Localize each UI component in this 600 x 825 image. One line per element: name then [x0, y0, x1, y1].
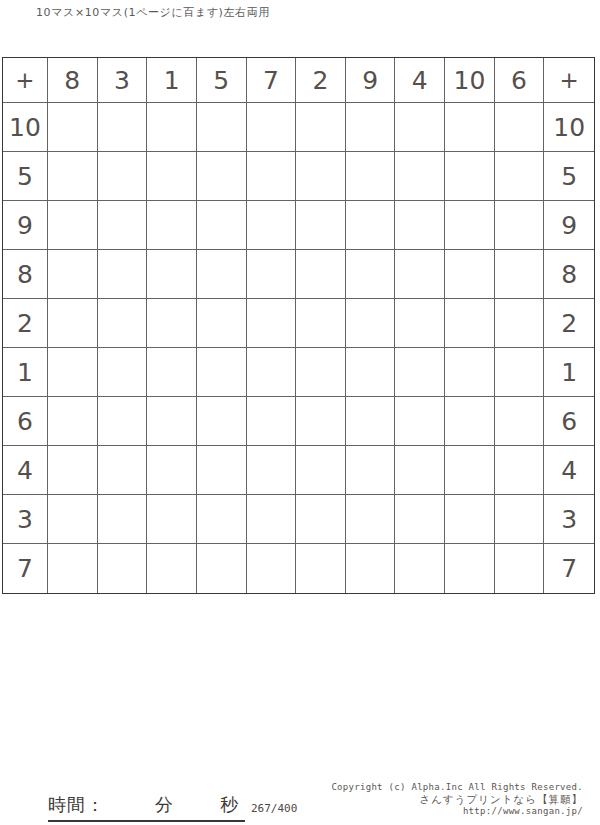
operator-cell: +	[3, 58, 48, 103]
top-operand-cell: 9	[346, 58, 396, 103]
answer-cell	[445, 299, 495, 348]
answer-cell	[296, 446, 346, 495]
right-operand-cell: 4	[544, 446, 594, 495]
answer-cell	[197, 250, 247, 299]
top-operand-cell: 4	[395, 58, 445, 103]
answer-cell	[445, 397, 495, 446]
answer-cell	[147, 348, 197, 397]
answer-cell	[48, 544, 98, 593]
answer-cell	[495, 103, 545, 152]
answer-cell	[495, 348, 545, 397]
left-operand-cell: 6	[3, 397, 48, 446]
right-operand-cell: 2	[544, 299, 594, 348]
seconds-label: 秒	[220, 794, 239, 815]
answer-cell	[98, 250, 148, 299]
top-operand-cell: 6	[495, 58, 545, 103]
left-operand-cell: 2	[3, 299, 48, 348]
copyright-block: Copyright (c) Alpha.Inc All Rights Reser…	[331, 781, 583, 817]
top-operand-cell: 2	[296, 58, 346, 103]
answer-cell	[395, 201, 445, 250]
answer-cell	[247, 201, 297, 250]
answer-cell	[445, 152, 495, 201]
answer-cell	[98, 152, 148, 201]
top-operand-cell: 7	[247, 58, 297, 103]
answer-cell	[247, 397, 297, 446]
minutes-label: 分	[155, 794, 174, 815]
right-operand-cell: 6	[544, 397, 594, 446]
answer-cell	[495, 201, 545, 250]
answer-cell	[495, 446, 545, 495]
answer-cell	[147, 201, 197, 250]
answer-cell	[48, 103, 98, 152]
answer-cell	[197, 299, 247, 348]
answer-cell	[395, 299, 445, 348]
answer-cell	[395, 446, 445, 495]
answer-cell	[98, 495, 148, 544]
addition-100-square-grid: +83157294106+1010559988221166443377	[2, 57, 595, 594]
time-label: 時間：	[48, 794, 105, 815]
right-operand-cell: 7	[544, 544, 594, 593]
top-operand-cell: 3	[98, 58, 148, 103]
answer-cell	[247, 250, 297, 299]
answer-cell	[48, 446, 98, 495]
answer-cell	[247, 495, 297, 544]
answer-cell	[395, 348, 445, 397]
time-entry-line: 時間：分秒	[48, 793, 245, 822]
operator-cell: +	[544, 58, 594, 103]
answer-cell	[346, 544, 396, 593]
right-operand-cell: 9	[544, 201, 594, 250]
answer-cell	[247, 348, 297, 397]
answer-cell	[247, 544, 297, 593]
answer-cell	[346, 201, 396, 250]
answer-cell	[346, 250, 396, 299]
answer-cell	[147, 446, 197, 495]
copyright-line: Copyright (c) Alpha.Inc All Rights Reser…	[331, 781, 583, 793]
publisher-line: さんすうプリントなら【算願】	[331, 793, 583, 805]
answer-cell	[495, 544, 545, 593]
answer-cell	[247, 103, 297, 152]
right-operand-cell: 3	[544, 495, 594, 544]
answer-cell	[197, 544, 247, 593]
top-operand-cell: 1	[147, 58, 197, 103]
answer-cell	[147, 103, 197, 152]
answer-cell	[98, 397, 148, 446]
answer-cell	[296, 299, 346, 348]
top-operand-cell: 10	[445, 58, 495, 103]
answer-cell	[495, 250, 545, 299]
answer-cell	[197, 201, 247, 250]
answer-cell	[495, 495, 545, 544]
answer-cell	[395, 397, 445, 446]
answer-cell	[445, 103, 495, 152]
answer-cell	[98, 446, 148, 495]
answer-cell	[296, 250, 346, 299]
answer-cell	[48, 299, 98, 348]
answer-cell	[98, 201, 148, 250]
answer-cell	[147, 299, 197, 348]
answer-cell	[495, 397, 545, 446]
answer-cell	[247, 446, 297, 495]
answer-cell	[296, 103, 346, 152]
answer-cell	[296, 348, 346, 397]
answer-cell	[495, 152, 545, 201]
answer-cell	[48, 152, 98, 201]
answer-cell	[48, 201, 98, 250]
answer-cell	[98, 299, 148, 348]
left-operand-cell: 1	[3, 348, 48, 397]
answer-cell	[395, 152, 445, 201]
answer-cell	[445, 446, 495, 495]
answer-cell	[495, 299, 545, 348]
answer-cell	[48, 495, 98, 544]
answer-cell	[98, 348, 148, 397]
answer-cell	[346, 348, 396, 397]
answer-cell	[48, 348, 98, 397]
right-operand-cell: 1	[544, 348, 594, 397]
right-operand-cell: 8	[544, 250, 594, 299]
answer-cell	[395, 544, 445, 593]
answer-cell	[147, 544, 197, 593]
answer-cell	[296, 152, 346, 201]
answer-cell	[197, 495, 247, 544]
top-operand-cell: 5	[197, 58, 247, 103]
answer-cell	[346, 446, 396, 495]
answer-cell	[346, 299, 396, 348]
answer-cell	[98, 544, 148, 593]
answer-cell	[445, 201, 495, 250]
answer-cell	[48, 397, 98, 446]
answer-cell	[48, 250, 98, 299]
answer-cell	[197, 348, 247, 397]
right-operand-cell: 5	[544, 152, 594, 201]
right-operand-cell: 10	[544, 103, 594, 152]
answer-cell	[346, 152, 396, 201]
answer-cell	[395, 103, 445, 152]
sheet-title-note: 10マス×10マス(1ページに百ます)左右両用	[36, 5, 270, 20]
answer-cell	[296, 544, 346, 593]
worksheet-page: { "game": "hyakumasu-keisan (100-square …	[0, 0, 600, 825]
answer-cell	[346, 495, 396, 544]
answer-cell	[197, 446, 247, 495]
website-url: http://www.sangan.jp/	[331, 805, 583, 817]
answer-cell	[197, 397, 247, 446]
answer-cell	[445, 348, 495, 397]
answer-cell	[147, 250, 197, 299]
left-operand-cell: 3	[3, 495, 48, 544]
answer-cell	[247, 299, 297, 348]
sheet-number: 267/400	[251, 802, 297, 815]
answer-cell	[395, 495, 445, 544]
answer-cell	[346, 397, 396, 446]
left-operand-cell: 5	[3, 152, 48, 201]
answer-cell	[395, 250, 445, 299]
left-operand-cell: 9	[3, 201, 48, 250]
answer-cell	[247, 152, 297, 201]
answer-cell	[147, 152, 197, 201]
answer-cell	[296, 495, 346, 544]
answer-cell	[98, 103, 148, 152]
answer-cell	[147, 495, 197, 544]
answer-cell	[445, 250, 495, 299]
answer-cell	[197, 103, 247, 152]
top-operand-cell: 8	[48, 58, 98, 103]
answer-cell	[296, 201, 346, 250]
answer-cell	[445, 544, 495, 593]
answer-cell	[147, 397, 197, 446]
left-operand-cell: 4	[3, 446, 48, 495]
left-operand-cell: 8	[3, 250, 48, 299]
answer-cell	[197, 152, 247, 201]
answer-cell	[346, 103, 396, 152]
answer-cell	[296, 397, 346, 446]
answer-cell	[445, 495, 495, 544]
left-operand-cell: 7	[3, 544, 48, 593]
left-operand-cell: 10	[3, 103, 48, 152]
